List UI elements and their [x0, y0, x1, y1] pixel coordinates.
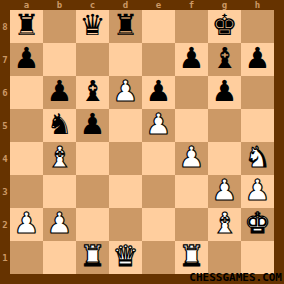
square-b7 — [43, 43, 76, 76]
file-label-f: f — [175, 0, 208, 10]
square-g8: ♚ — [208, 10, 241, 43]
black-rook-d8: ♜ — [113, 11, 139, 40]
square-c2 — [76, 208, 109, 241]
rank-label-4: 4 — [0, 142, 10, 175]
white-king-h2: ♚ — [245, 209, 271, 238]
square-h1 — [241, 241, 274, 274]
square-c6: ♝ — [76, 76, 109, 109]
white-pawn-d6: ♟ — [113, 77, 139, 106]
square-e2 — [142, 208, 175, 241]
square-b1 — [43, 241, 76, 274]
square-h5 — [241, 109, 274, 142]
square-f4: ♟ — [175, 142, 208, 175]
square-h7: ♟ — [241, 43, 274, 76]
square-d3 — [109, 175, 142, 208]
square-f7: ♟ — [175, 43, 208, 76]
black-pawn-c5: ♟ — [80, 110, 106, 139]
square-a1 — [10, 241, 43, 274]
board: ♜♛♜♚♟♟♝♟♟♝♟♟♟♞♟♟♝♟♞♟♟♟♟♝♚♜♛♜ — [10, 10, 274, 274]
square-h3: ♟ — [241, 175, 274, 208]
square-d1: ♛ — [109, 241, 142, 274]
file-label-b: b — [43, 0, 76, 10]
black-king-g8: ♚ — [212, 11, 238, 40]
square-a6 — [10, 76, 43, 109]
rank-label-2: 2 — [0, 208, 10, 241]
square-e8 — [142, 10, 175, 43]
square-a8: ♜ — [10, 10, 43, 43]
file-label-e: e — [142, 0, 175, 10]
black-pawn-h7: ♟ — [245, 44, 271, 73]
square-a7: ♟ — [10, 43, 43, 76]
square-c5: ♟ — [76, 109, 109, 142]
square-g3: ♟ — [208, 175, 241, 208]
square-c1: ♜ — [76, 241, 109, 274]
white-knight-h4: ♞ — [245, 143, 271, 172]
black-pawn-a7: ♟ — [14, 44, 40, 73]
rank-label-6: 6 — [0, 76, 10, 109]
square-g7: ♝ — [208, 43, 241, 76]
square-b2: ♟ — [43, 208, 76, 241]
square-e1 — [142, 241, 175, 274]
square-d8: ♜ — [109, 10, 142, 43]
square-h8 — [241, 10, 274, 43]
square-e7 — [142, 43, 175, 76]
file-label-g: g — [208, 0, 241, 10]
square-a3 — [10, 175, 43, 208]
black-pawn-f7: ♟ — [179, 44, 205, 73]
file-label-a: a — [10, 0, 43, 10]
square-f3 — [175, 175, 208, 208]
square-g2: ♝ — [208, 208, 241, 241]
black-pawn-e6: ♟ — [146, 77, 172, 106]
white-pawn-a2: ♟ — [14, 209, 40, 238]
square-e4 — [142, 142, 175, 175]
square-e6: ♟ — [142, 76, 175, 109]
black-bishop-g7: ♝ — [212, 44, 238, 73]
white-pawn-f4: ♟ — [179, 143, 205, 172]
white-bishop-b4: ♝ — [47, 143, 73, 172]
black-pawn-b6: ♟ — [47, 77, 73, 106]
white-bishop-g2: ♝ — [212, 209, 238, 238]
file-label-c: c — [76, 0, 109, 10]
square-a4 — [10, 142, 43, 175]
square-h4: ♞ — [241, 142, 274, 175]
square-h6 — [241, 76, 274, 109]
black-queen-c8: ♛ — [80, 11, 106, 40]
square-g5 — [208, 109, 241, 142]
square-c3 — [76, 175, 109, 208]
chess-diagram: ♜♛♜♚♟♟♝♟♟♝♟♟♟♞♟♟♝♟♞♟♟♟♟♝♚♜♛♜ abcdefgh 87… — [0, 0, 284, 284]
square-e5: ♟ — [142, 109, 175, 142]
file-label-d: d — [109, 0, 142, 10]
square-f8 — [175, 10, 208, 43]
square-f6 — [175, 76, 208, 109]
square-a2: ♟ — [10, 208, 43, 241]
black-pawn-g6: ♟ — [212, 77, 238, 106]
rank-label-5: 5 — [0, 109, 10, 142]
black-rook-a8: ♜ — [14, 11, 40, 40]
white-pawn-g3: ♟ — [212, 176, 238, 205]
square-b4: ♝ — [43, 142, 76, 175]
square-e3 — [142, 175, 175, 208]
rank-label-1: 1 — [0, 241, 10, 274]
square-d5 — [109, 109, 142, 142]
square-d6: ♟ — [109, 76, 142, 109]
rank-label-7: 7 — [0, 43, 10, 76]
square-f5 — [175, 109, 208, 142]
square-a5 — [10, 109, 43, 142]
square-c7 — [76, 43, 109, 76]
white-queen-d1: ♛ — [113, 242, 139, 271]
square-b8 — [43, 10, 76, 43]
square-g1 — [208, 241, 241, 274]
square-f1: ♜ — [175, 241, 208, 274]
file-label-h: h — [241, 0, 274, 10]
square-d4 — [109, 142, 142, 175]
square-c4 — [76, 142, 109, 175]
white-pawn-b2: ♟ — [47, 209, 73, 238]
white-rook-f1: ♜ — [179, 242, 205, 271]
site-watermark: CHESSGAMES.COM — [189, 272, 282, 284]
square-c8: ♛ — [76, 10, 109, 43]
square-b6: ♟ — [43, 76, 76, 109]
square-f2 — [175, 208, 208, 241]
black-bishop-c6: ♝ — [80, 77, 106, 106]
black-knight-b5: ♞ — [47, 110, 73, 139]
square-b3 — [43, 175, 76, 208]
square-d2 — [109, 208, 142, 241]
square-g4 — [208, 142, 241, 175]
rank-label-3: 3 — [0, 175, 10, 208]
square-h2: ♚ — [241, 208, 274, 241]
white-pawn-e5: ♟ — [146, 110, 172, 139]
square-d7 — [109, 43, 142, 76]
square-b5: ♞ — [43, 109, 76, 142]
rank-label-8: 8 — [0, 10, 10, 43]
white-rook-c1: ♜ — [80, 242, 106, 271]
square-g6: ♟ — [208, 76, 241, 109]
white-pawn-h3: ♟ — [245, 176, 271, 205]
